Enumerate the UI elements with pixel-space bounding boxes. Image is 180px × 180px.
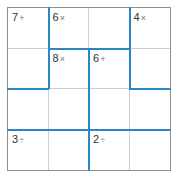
cell-r4c4[interactable]	[130, 130, 171, 171]
cage-clue-operator: +	[19, 13, 24, 23]
cage-border-top	[48, 129, 90, 131]
cell-r3c1[interactable]	[8, 89, 49, 130]
cell-r3c2[interactable]	[49, 89, 90, 130]
cage-clue-B: 6×	[53, 10, 65, 24]
cell-r4c2[interactable]	[49, 130, 90, 171]
cage-border-left	[48, 48, 50, 90]
cell-r2c1[interactable]	[8, 49, 49, 90]
cage-border-left	[129, 7, 131, 49]
cell-r2c3[interactable]: 6+	[89, 49, 130, 90]
cell-r1c2[interactable]: 6×	[49, 8, 90, 49]
cage-clue-E: 6+	[93, 51, 105, 65]
cage-clue-target: 7	[12, 11, 18, 23]
cage-border-left	[88, 88, 90, 130]
cell-r1c4[interactable]: 4×	[130, 8, 171, 49]
cage-border-left	[88, 129, 90, 172]
cage-clue-F: 3÷	[12, 132, 24, 146]
cage-clue-target: 3	[12, 133, 18, 145]
cell-r4c1[interactable]: 3÷	[8, 130, 49, 171]
cage-clue-target: 6	[93, 52, 99, 64]
cell-r1c3[interactable]	[89, 8, 130, 49]
cage-clue-operator: ×	[141, 13, 146, 23]
cage-border-top	[129, 88, 172, 90]
cell-r3c3[interactable]	[89, 89, 130, 130]
cage-clue-operator: ×	[60, 54, 65, 64]
cage-clue-C: 4×	[134, 10, 146, 24]
cell-r3c4[interactable]	[130, 89, 171, 130]
cage-clue-target: 2	[93, 133, 99, 145]
kenken-board: 7+6×4×8×6+3÷2÷	[7, 7, 171, 171]
cage-clue-operator: ×	[60, 13, 65, 23]
cage-clue-operator: ÷	[19, 135, 24, 145]
cage-clue-operator: ÷	[100, 135, 105, 145]
cage-clue-target: 6	[53, 11, 59, 23]
cage-border-left	[88, 48, 90, 90]
cage-clue-D: 8×	[53, 51, 65, 65]
cage-border-left	[48, 7, 50, 49]
cell-r1c1[interactable]: 7+	[8, 8, 49, 49]
cage-border-top	[48, 48, 90, 50]
cage-border-top	[7, 88, 49, 90]
cage-clue-target: 4	[134, 11, 140, 23]
cell-r2c4[interactable]	[130, 49, 171, 90]
cage-border-left	[129, 48, 131, 90]
cage-border-top	[7, 129, 49, 131]
cage-border-top	[88, 129, 130, 131]
cage-clue-G: 2÷	[93, 132, 105, 146]
cage-clue-target: 8	[53, 52, 59, 64]
cell-r4c3[interactable]: 2÷	[89, 130, 130, 171]
cage-clue-A: 7+	[12, 10, 24, 24]
cell-r2c2[interactable]: 8×	[49, 49, 90, 90]
cage-border-top	[129, 129, 172, 131]
cage-border-top	[88, 48, 130, 50]
cage-clue-operator: +	[100, 54, 105, 64]
